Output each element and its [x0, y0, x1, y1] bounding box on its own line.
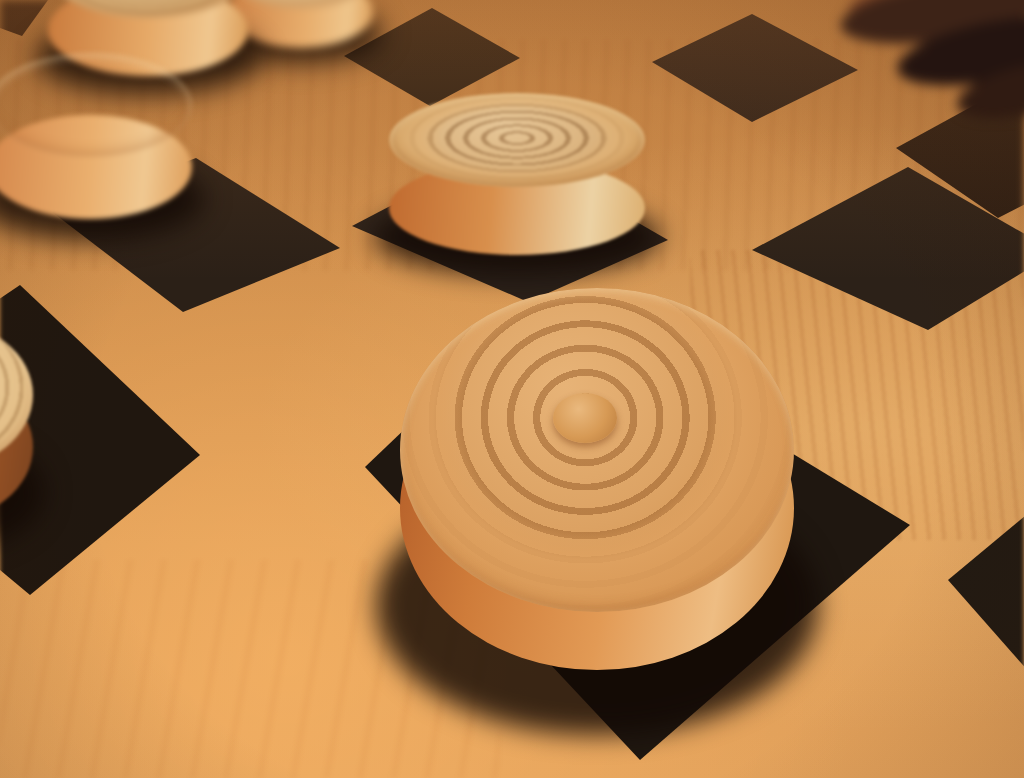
piece-center-bump	[553, 393, 617, 443]
checkers-photo	[0, 0, 1024, 778]
piece-top	[400, 288, 794, 612]
piece-top	[389, 93, 645, 187]
